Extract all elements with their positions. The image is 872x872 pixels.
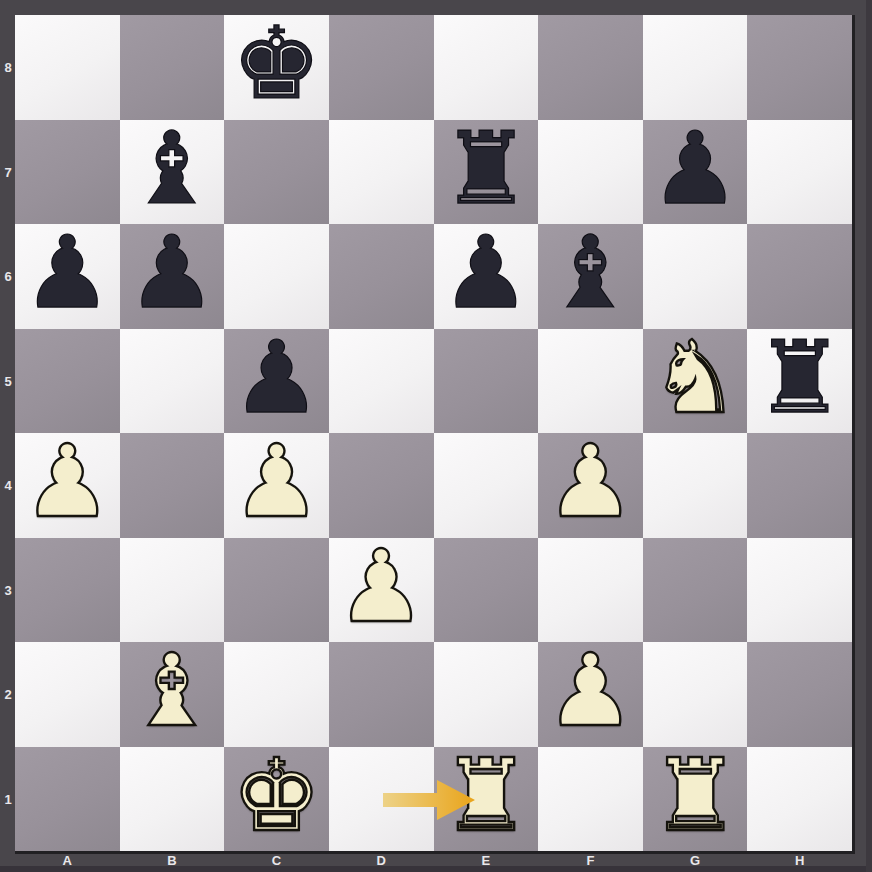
square-d8[interactable] [329,15,434,120]
white-pawn-f2: ♟ [546,642,636,741]
square-d7[interactable] [329,120,434,225]
black-bishop-b7: ♝ [127,120,217,219]
square-g4[interactable] [643,433,748,538]
file-label-f: F [586,853,594,868]
file-label-a: A [63,853,72,868]
black-bishop-f6: ♝ [546,224,636,323]
square-e3[interactable] [434,538,539,643]
file-label-e: E [481,853,490,868]
square-a1[interactable] [15,747,120,852]
white-rook-g1: ♜ [650,747,740,846]
square-a5[interactable] [15,329,120,434]
black-pawn-b6: ♟ [127,224,217,323]
square-h7[interactable] [747,120,852,225]
square-a4[interactable]: ♟ [15,433,120,538]
rank-label-1: 1 [4,791,11,806]
square-c8[interactable]: ♚ [224,15,329,120]
square-e5[interactable] [434,329,539,434]
square-g6[interactable] [643,224,748,329]
move-arrow-icon [381,778,477,822]
black-pawn-c5: ♟ [232,329,322,428]
black-pawn-a6: ♟ [22,224,112,323]
square-d2[interactable] [329,642,434,747]
square-f4[interactable]: ♟ [538,433,643,538]
black-rook-h5: ♜ [755,329,845,428]
square-b3[interactable] [120,538,225,643]
square-f1[interactable] [538,747,643,852]
square-d6[interactable] [329,224,434,329]
square-e6[interactable]: ♟ [434,224,539,329]
square-h1[interactable] [747,747,852,852]
square-c4[interactable]: ♟ [224,433,329,538]
chess-board: ♚♝♜♟♟♟♟♝♟♞♜♟♟♟♟♝♟♚♜♜ [15,15,855,854]
square-g2[interactable] [643,642,748,747]
board-frame: ♚♝♜♟♟♟♟♝♟♞♜♟♟♟♟♝♟♚♜♜ ABCDEFGH87654321 [0,0,872,872]
square-b2[interactable]: ♝ [120,642,225,747]
square-h5[interactable]: ♜ [747,329,852,434]
black-rook-e7: ♜ [441,120,531,219]
square-h3[interactable] [747,538,852,643]
file-label-c: C [272,853,281,868]
square-e4[interactable] [434,433,539,538]
rank-label-4: 4 [4,478,11,493]
square-c7[interactable] [224,120,329,225]
black-king-c8: ♚ [232,15,322,114]
square-e2[interactable] [434,642,539,747]
square-f7[interactable] [538,120,643,225]
square-h2[interactable] [747,642,852,747]
rank-label-2: 2 [4,687,11,702]
square-f3[interactable] [538,538,643,643]
square-b4[interactable] [120,433,225,538]
square-g5[interactable]: ♞ [643,329,748,434]
square-b1[interactable] [120,747,225,852]
frame-right-shade [866,0,872,872]
square-d5[interactable] [329,329,434,434]
square-d4[interactable] [329,433,434,538]
square-b6[interactable]: ♟ [120,224,225,329]
square-c5[interactable]: ♟ [224,329,329,434]
square-f5[interactable] [538,329,643,434]
file-label-b: B [167,853,176,868]
rank-label-8: 8 [4,60,11,75]
square-b5[interactable] [120,329,225,434]
square-g8[interactable] [643,15,748,120]
square-a2[interactable] [15,642,120,747]
square-a8[interactable] [15,15,120,120]
square-a3[interactable] [15,538,120,643]
square-c2[interactable] [224,642,329,747]
rank-label-7: 7 [4,164,11,179]
square-f8[interactable] [538,15,643,120]
square-a7[interactable] [15,120,120,225]
square-e8[interactable] [434,15,539,120]
white-pawn-a4: ♟ [22,433,112,532]
square-f6[interactable]: ♝ [538,224,643,329]
square-b7[interactable]: ♝ [120,120,225,225]
frame-bottom-shade [0,866,872,872]
square-c6[interactable] [224,224,329,329]
square-c3[interactable] [224,538,329,643]
file-label-h: H [795,853,804,868]
white-bishop-b2: ♝ [127,642,217,741]
square-e7[interactable]: ♜ [434,120,539,225]
square-d3[interactable]: ♟ [329,538,434,643]
white-king-c1: ♚ [232,747,322,846]
square-h6[interactable] [747,224,852,329]
file-label-d: D [376,853,385,868]
square-g1[interactable]: ♜ [643,747,748,852]
square-h4[interactable] [747,433,852,538]
square-h8[interactable] [747,15,852,120]
rank-label-6: 6 [4,269,11,284]
black-pawn-e6: ♟ [441,224,531,323]
rank-label-5: 5 [4,373,11,388]
white-pawn-c4: ♟ [232,433,322,532]
rank-label-3: 3 [4,582,11,597]
square-g3[interactable] [643,538,748,643]
file-label-g: G [690,853,700,868]
square-b8[interactable] [120,15,225,120]
square-f2[interactable]: ♟ [538,642,643,747]
square-a6[interactable]: ♟ [15,224,120,329]
square-g7[interactable]: ♟ [643,120,748,225]
white-knight-g5: ♞ [650,329,740,428]
white-pawn-d3: ♟ [336,538,426,637]
black-pawn-g7: ♟ [650,120,740,219]
white-pawn-f4: ♟ [546,433,636,532]
square-c1[interactable]: ♚ [224,747,329,852]
